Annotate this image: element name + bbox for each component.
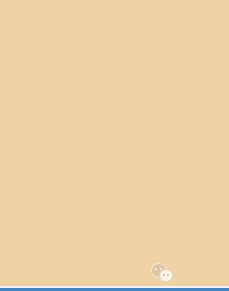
wechat-icon	[150, 262, 176, 284]
board-grid	[0, 0, 229, 291]
watermark	[150, 261, 176, 285]
wechat-bubble-small	[160, 270, 172, 281]
xiangqi-board-screenshot	[0, 0, 229, 291]
